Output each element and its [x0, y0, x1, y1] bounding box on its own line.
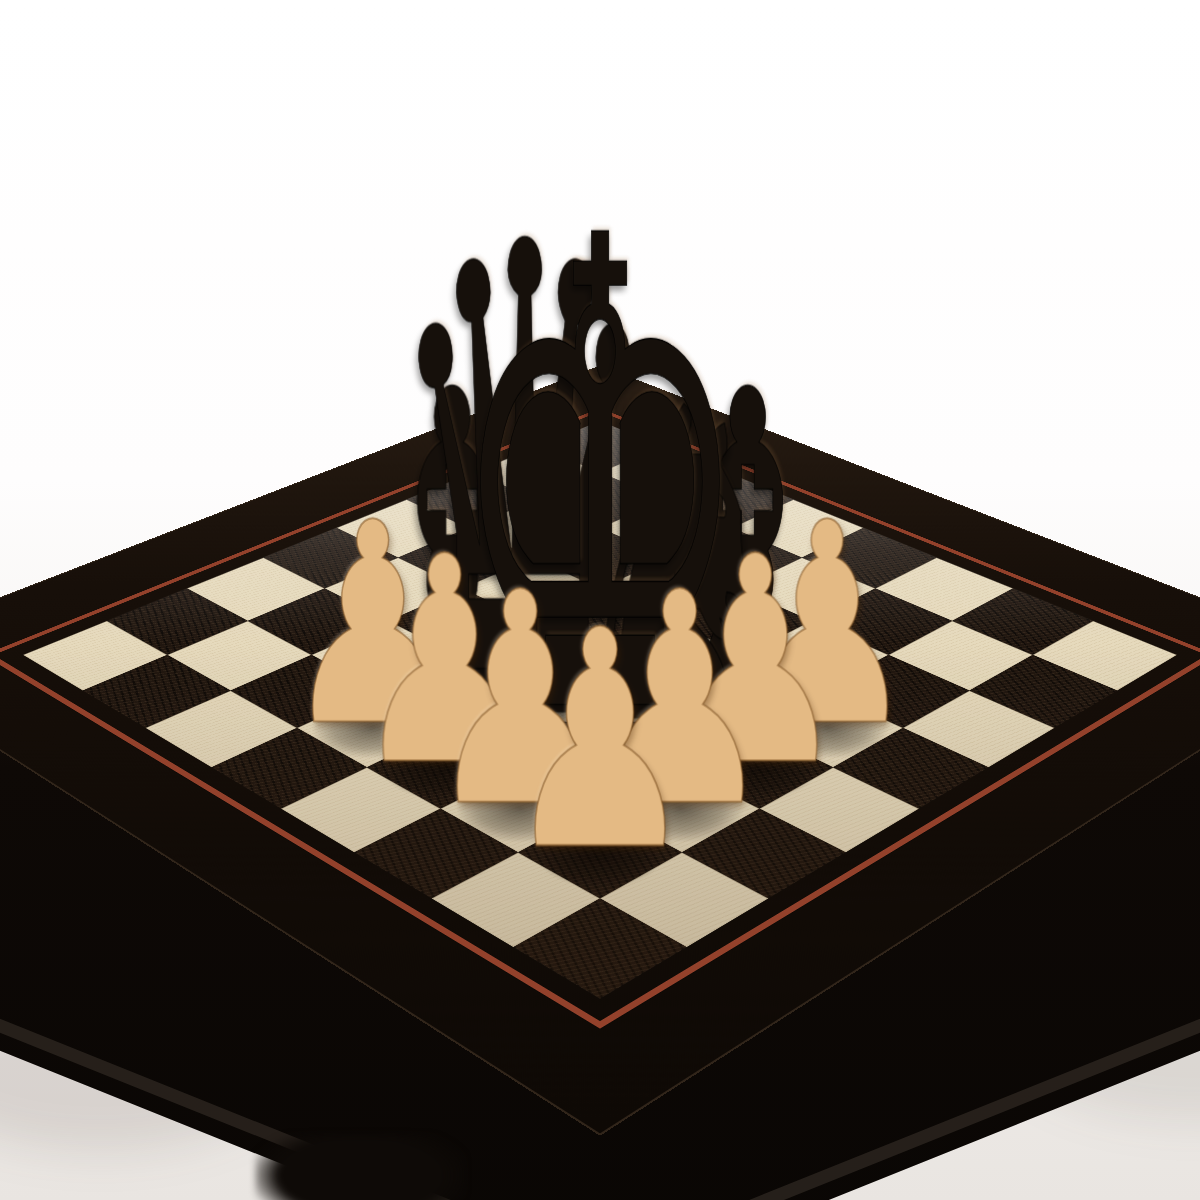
- white-pawn-glyph: ♟: [503, 591, 697, 892]
- chess-photo-stage: ♝♝♟♟♛♞♟♟♚♟♟♟: [0, 0, 1200, 1200]
- chess-table-top: ♝♝♟♟♛♞♟♟♚♟♟♟: [0, 365, 1200, 1135]
- chess-board: ♝♝♟♟♛♞♟♟♚♟♟♟: [23, 421, 1177, 999]
- board-3d-scene: ♝♝♟♟♛♞♟♟♚♟♟♟: [0, 0, 1200, 1200]
